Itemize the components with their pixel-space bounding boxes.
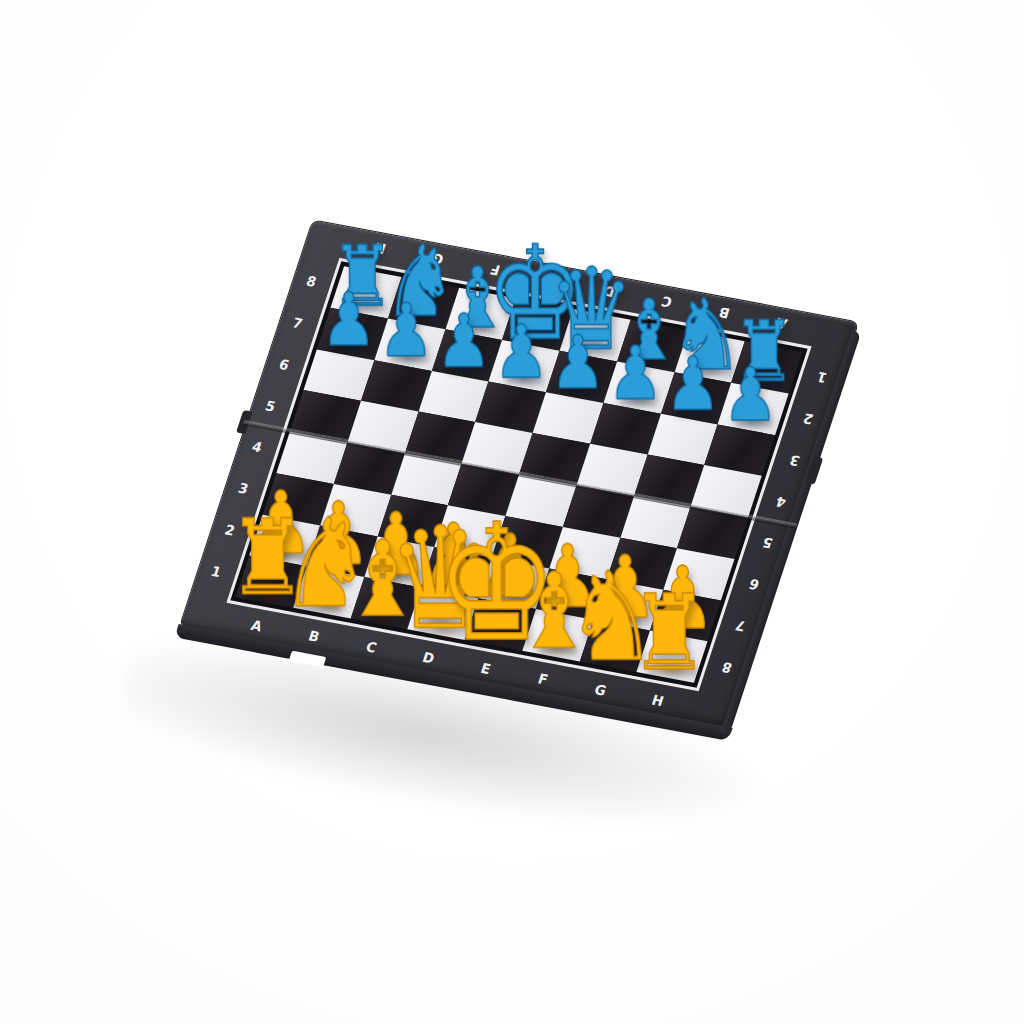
pawn-glyph: ♟	[379, 295, 435, 369]
product-photo: ABCDEFGHHGFEDCBA8765432112345678 ♜♞♝♚♛♝♞…	[0, 0, 1024, 1024]
pawn-glyph: ♟	[436, 305, 492, 379]
pawn-glyph: ♟	[722, 359, 778, 433]
pawn-glyph: ♟	[608, 338, 664, 412]
pawn-glyph: ♟	[493, 316, 549, 390]
pawn-glyph: ♟	[321, 284, 377, 358]
pawn-glyph: ♟	[665, 348, 721, 422]
chess-board: ABCDEFGHHGFEDCBA8765432112345678 ♜♞♝♚♛♝♞…	[180, 221, 858, 729]
pawn-glyph: ♟	[550, 327, 606, 401]
rook-glyph: ♜	[629, 582, 708, 686]
